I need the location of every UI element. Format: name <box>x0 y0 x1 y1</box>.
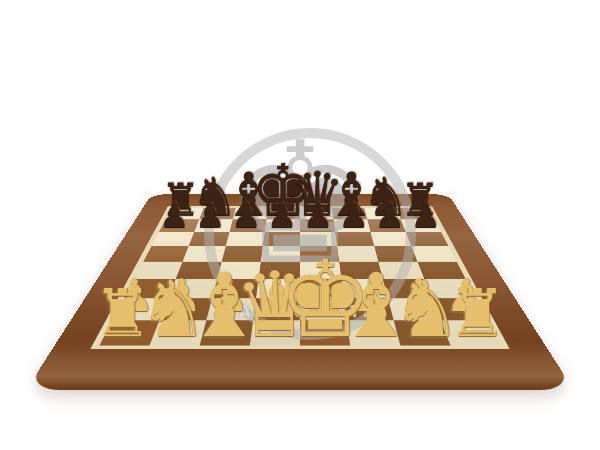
black-pawn-g7[interactable]: ♟ <box>375 199 405 233</box>
black-pawn-b7[interactable]: ♟ <box>195 199 225 233</box>
black-pawn-e7[interactable]: ♟ <box>303 199 333 233</box>
black-pawn-h7[interactable]: ♟ <box>410 199 440 233</box>
white-rook-h1[interactable]: ♜ <box>448 281 507 347</box>
black-pawn-d7[interactable]: ♟ <box>267 199 297 233</box>
black-pawn-a7[interactable]: ♟ <box>159 199 189 233</box>
pieces-layer: ♜♞♝♚♛♝♞♜♟♟♟♟♟♟♟♟♟♟♟♟♟♟♟♟♜♞♝♛♚♝♞♜ <box>0 0 600 450</box>
black-pawn-c7[interactable]: ♟ <box>231 199 261 233</box>
black-pawn-f7[interactable]: ♟ <box>339 199 369 233</box>
product-photo-scene: ♚ HANDICRAFTS ♜♞♝♚♛♝♞♜♟♟♟♟♟♟♟♟♟♟♟♟♟♟♟♟♜♞… <box>0 0 600 450</box>
